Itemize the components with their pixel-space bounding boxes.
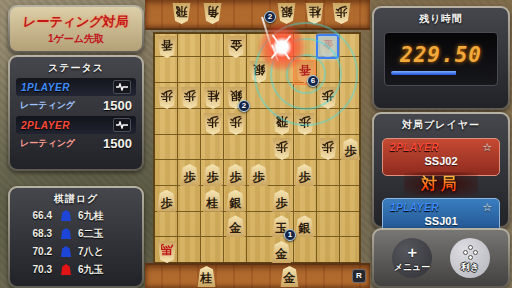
dpad-icon xyxy=(463,245,478,260)
kiki-button-label: 利き xyxy=(450,261,490,274)
log-move: 6二玉 xyxy=(78,227,104,241)
piece-4-4[interactable]: 飛 xyxy=(272,113,292,135)
plus-icon: ＋ xyxy=(405,243,420,262)
piece-side-icon xyxy=(61,228,71,239)
player2-name: 2PLAYER xyxy=(21,120,70,131)
piece-2-3[interactable]: 歩 xyxy=(318,87,338,109)
players-header: 対局プレイヤー xyxy=(374,114,508,132)
player1-name: 1PLAYER xyxy=(21,82,70,93)
shogi-board[interactable]: 香金王金銀香6歩歩桂銀2歩歩歩飛歩歩歩歩歩歩歩歩歩歩桂銀歩金玉1銀馬金 xyxy=(153,32,361,264)
controller-buttons-panel: ＋ メニュー 利き xyxy=(372,228,510,288)
piece-5-6[interactable]: 歩 xyxy=(249,164,269,186)
piece-8-3[interactable]: 歩 xyxy=(180,87,200,109)
player2-card[interactable]: 2PLAYER ☆ SSJ02 xyxy=(382,138,500,176)
player1-card-name: 1PLAYER xyxy=(390,202,439,213)
player2-rating-label: レーティング xyxy=(20,137,75,150)
piece-7-3[interactable]: 桂 xyxy=(203,87,223,109)
piece-7-6[interactable]: 歩 xyxy=(203,164,223,186)
move-log-panel: 棋譜ログ 66.4 6九桂 68.3 6二玉 70.2 7八と 70.3 6九玉 xyxy=(8,186,144,288)
piece-1-5[interactable]: 歩 xyxy=(341,138,361,160)
menu-button[interactable]: ＋ メニュー xyxy=(392,238,432,278)
player1-rating-row: レーティング 1500 xyxy=(20,98,132,113)
piece-side-icon xyxy=(61,246,71,257)
player1-row: 1PLAYER xyxy=(16,78,136,96)
log-time: 66.4 xyxy=(22,210,52,221)
piece-9-9[interactable]: 馬 xyxy=(157,241,177,263)
log-move: 6九桂 xyxy=(78,209,104,223)
timer-panel: 残り時間 229.50 xyxy=(372,6,510,110)
kiki-count-badge: 2 xyxy=(238,100,250,112)
piece-4-7[interactable]: 歩 xyxy=(272,190,292,212)
kiki-count-badge: 6 xyxy=(307,75,319,87)
match-title-plate: レーティング対局 1ゲーム先取 xyxy=(8,5,144,53)
piece-6-7[interactable]: 銀 xyxy=(226,190,246,212)
piece-6-4[interactable]: 歩 xyxy=(226,113,246,135)
piece-9-3[interactable]: 歩 xyxy=(157,87,177,109)
match-title: レーティング対局 xyxy=(22,13,129,31)
log-time: 68.3 xyxy=(22,228,52,239)
sente-hand-piece[interactable]: 桂 xyxy=(197,266,216,287)
piece-7-7[interactable]: 桂 xyxy=(203,190,223,212)
r-button-icon: R xyxy=(352,269,366,283)
sente-hand-piece[interactable]: 金 xyxy=(280,266,299,287)
status-header: ステータス xyxy=(10,57,142,75)
board-column: 飛角銀2桂歩 香金王金銀香6歩歩桂銀2歩歩歩飛歩歩歩歩歩歩歩歩歩歩桂銀歩金玉1銀… xyxy=(145,0,370,288)
player2-row: 2PLAYER xyxy=(16,116,136,134)
timer-display: 229.50 xyxy=(384,32,498,86)
players-panel: 対局プレイヤー 2PLAYER ☆ SSJ02 対局 1PLAYER ☆ SSJ… xyxy=(372,112,510,228)
pulse-icon xyxy=(113,80,131,94)
gote-hand-piece[interactable]: 歩 xyxy=(332,3,351,24)
timer-header: 残り時間 xyxy=(374,8,508,26)
versus-badge: 対局 xyxy=(404,172,478,196)
timer-bar-fill xyxy=(391,71,456,75)
piece-4-5[interactable]: 歩 xyxy=(272,138,292,160)
piece-6-8[interactable]: 金 xyxy=(226,215,246,237)
piece-9-7[interactable]: 歩 xyxy=(157,190,177,212)
sente-captured-tray[interactable]: 桂金 xyxy=(145,263,370,288)
timer-value: 229.50 xyxy=(400,43,482,67)
piece-4-9[interactable]: 金 xyxy=(272,241,292,263)
piece-side-icon xyxy=(61,264,71,275)
log-time: 70.2 xyxy=(22,246,52,257)
player2-rating-value: 1500 xyxy=(103,136,132,151)
move-log-header: 棋譜ログ xyxy=(10,188,142,206)
player1-rating-value: 1500 xyxy=(103,98,132,113)
piece-6-1[interactable]: 金 xyxy=(226,36,246,58)
menu-button-label: メニュー xyxy=(392,261,432,274)
star-icon: ☆ xyxy=(482,142,492,153)
player1-id: SSJ01 xyxy=(390,215,492,227)
piece-5-2[interactable]: 銀 xyxy=(249,61,269,83)
pulse-icon xyxy=(113,118,131,132)
log-row: 68.3 6二玉 xyxy=(22,225,132,242)
kiki-count-badge: 1 xyxy=(284,229,296,241)
player2-id: SSJ02 xyxy=(390,155,492,167)
piece-3-8[interactable]: 銀 xyxy=(295,215,315,237)
piece-3-4[interactable]: 歩 xyxy=(295,113,315,135)
timer-bar xyxy=(391,71,491,75)
log-row: 70.3 6九玉 xyxy=(22,261,132,278)
gote-hand-piece[interactable]: 角 xyxy=(203,3,222,24)
log-time: 70.3 xyxy=(22,264,52,275)
piece-side-icon xyxy=(61,210,71,221)
gote-hand-piece[interactable]: 銀 xyxy=(277,3,296,24)
hand-count-badge: 2 xyxy=(264,11,276,23)
piece-7-4[interactable]: 歩 xyxy=(203,113,223,135)
piece-8-6[interactable]: 歩 xyxy=(180,164,200,186)
log-move: 7八と xyxy=(78,245,104,259)
piece-6-6[interactable]: 歩 xyxy=(226,164,246,186)
kiki-button[interactable]: 利き xyxy=(450,238,490,278)
versus-badge-text: 対局 xyxy=(421,174,461,195)
cursor-square[interactable] xyxy=(316,34,339,59)
match-subtitle: 1ゲーム先取 xyxy=(48,32,104,46)
player1-rating-label: レーティング xyxy=(20,99,75,112)
gote-captured-tray[interactable]: 飛角銀2桂歩 xyxy=(145,0,370,30)
gote-hand-piece[interactable]: 桂 xyxy=(305,3,324,24)
player2-rating-row: レーティング 1500 xyxy=(20,136,132,151)
log-move: 6九玉 xyxy=(78,263,104,277)
log-row: 66.4 6九桂 xyxy=(22,207,132,224)
piece-3-6[interactable]: 歩 xyxy=(295,164,315,186)
log-row: 70.2 7八と xyxy=(22,243,132,260)
star-icon: ☆ xyxy=(482,202,492,213)
gote-hand-piece[interactable]: 飛 xyxy=(172,3,191,24)
status-panel: ステータス 1PLAYER レーティング 1500 2PLAYER レーティング… xyxy=(8,55,144,171)
piece-9-1[interactable]: 香 xyxy=(157,36,177,58)
piece-2-5[interactable]: 歩 xyxy=(318,138,338,160)
player2-card-name: 2PLAYER xyxy=(390,142,439,153)
